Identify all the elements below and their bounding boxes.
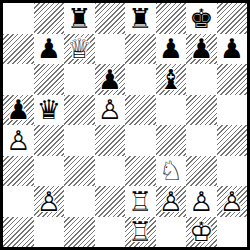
piece-mask: ♟ <box>3 125 34 156</box>
square-d2[interactable] <box>95 186 126 217</box>
piece-mask: ♟ <box>156 34 187 65</box>
square-f6[interactable]: ♝♝ <box>156 64 187 95</box>
piece-mask: ♟ <box>186 186 217 217</box>
square-a7[interactable] <box>3 34 34 65</box>
square-f1[interactable] <box>156 217 187 248</box>
white-knight[interactable]: ♘ <box>156 156 187 187</box>
black-pawn[interactable]: ♟ <box>156 34 187 65</box>
square-g2[interactable]: ♟♙ <box>186 186 217 217</box>
black-rook[interactable]: ♜ <box>64 3 95 34</box>
square-c1[interactable] <box>64 217 95 248</box>
piece-mask: ♜ <box>125 217 156 248</box>
white-king[interactable]: ♔ <box>186 217 217 248</box>
white-rook[interactable]: ♖ <box>125 217 156 248</box>
square-h5[interactable] <box>217 95 248 126</box>
square-g4[interactable] <box>186 125 217 156</box>
square-c7[interactable]: ♛♕ <box>64 34 95 65</box>
square-e3[interactable] <box>125 156 156 187</box>
square-d8[interactable] <box>95 3 126 34</box>
black-rook[interactable]: ♜ <box>125 3 156 34</box>
square-h4[interactable] <box>217 125 248 156</box>
square-a3[interactable] <box>3 156 34 187</box>
square-f5[interactable] <box>156 95 187 126</box>
square-g1[interactable]: ♚♔ <box>186 217 217 248</box>
square-a2[interactable] <box>3 186 34 217</box>
white-queen[interactable]: ♕ <box>64 34 95 65</box>
square-g7[interactable]: ♟♟ <box>186 34 217 65</box>
piece-mask: ♟ <box>95 95 126 126</box>
square-b5[interactable]: ♛♛ <box>34 95 65 126</box>
black-pawn[interactable]: ♟ <box>186 34 217 65</box>
piece-mask: ♚ <box>186 217 217 248</box>
piece-mask: ♜ <box>125 186 156 217</box>
square-a4[interactable]: ♟♙ <box>3 125 34 156</box>
square-e7[interactable] <box>125 34 156 65</box>
square-f2[interactable]: ♟♙ <box>156 186 187 217</box>
black-king[interactable]: ♚ <box>186 3 217 34</box>
square-c2[interactable] <box>64 186 95 217</box>
square-e8[interactable]: ♜♜ <box>125 3 156 34</box>
square-h8[interactable] <box>217 3 248 34</box>
piece-mask: ♟ <box>34 186 65 217</box>
square-c6[interactable] <box>64 64 95 95</box>
square-d5[interactable]: ♟♙ <box>95 95 126 126</box>
square-f7[interactable]: ♟♟ <box>156 34 187 65</box>
square-d6[interactable]: ♟♟ <box>95 64 126 95</box>
square-d7[interactable] <box>95 34 126 65</box>
square-b2[interactable]: ♟♙ <box>34 186 65 217</box>
square-b7[interactable]: ♟♟ <box>34 34 65 65</box>
square-b6[interactable] <box>34 64 65 95</box>
black-bishop[interactable]: ♝ <box>156 64 187 95</box>
square-e2[interactable]: ♜♖ <box>125 186 156 217</box>
square-c5[interactable] <box>64 95 95 126</box>
square-h3[interactable] <box>217 156 248 187</box>
piece-mask: ♛ <box>34 95 65 126</box>
chess-board-frame: ♜♜♜♜♚♚♟♟♛♕♟♟♟♟♟♟♟♟♝♝♟♟♛♛♟♙♟♙♞♘♟♙♜♖♟♙♟♙♟♙… <box>0 0 250 250</box>
square-d1[interactable] <box>95 217 126 248</box>
square-f8[interactable] <box>156 3 187 34</box>
square-a1[interactable] <box>3 217 34 248</box>
chess-board: ♜♜♜♜♚♚♟♟♛♕♟♟♟♟♟♟♟♟♝♝♟♟♛♛♟♙♟♙♞♘♟♙♜♖♟♙♟♙♟♙… <box>3 3 247 247</box>
white-pawn[interactable]: ♙ <box>217 186 248 217</box>
black-pawn[interactable]: ♟ <box>34 34 65 65</box>
white-rook[interactable]: ♖ <box>125 186 156 217</box>
piece-mask: ♟ <box>3 95 34 126</box>
square-f4[interactable] <box>156 125 187 156</box>
square-c4[interactable] <box>64 125 95 156</box>
square-a5[interactable]: ♟♟ <box>3 95 34 126</box>
piece-mask: ♜ <box>125 3 156 34</box>
square-h6[interactable] <box>217 64 248 95</box>
square-h1[interactable] <box>217 217 248 248</box>
piece-mask: ♟ <box>95 64 126 95</box>
black-queen[interactable]: ♛ <box>34 95 65 126</box>
piece-mask: ♝ <box>156 64 187 95</box>
black-pawn[interactable]: ♟ <box>95 64 126 95</box>
piece-mask: ♟ <box>217 34 248 65</box>
square-h2[interactable]: ♟♙ <box>217 186 248 217</box>
white-pawn[interactable]: ♙ <box>95 95 126 126</box>
white-pawn[interactable]: ♙ <box>3 125 34 156</box>
piece-mask: ♟ <box>217 186 248 217</box>
square-c3[interactable] <box>64 156 95 187</box>
square-e6[interactable] <box>125 64 156 95</box>
black-pawn[interactable]: ♟ <box>3 95 34 126</box>
square-g5[interactable] <box>186 95 217 126</box>
square-a6[interactable] <box>3 64 34 95</box>
square-b3[interactable] <box>34 156 65 187</box>
piece-mask: ♟ <box>186 34 217 65</box>
square-b4[interactable] <box>34 125 65 156</box>
square-f3[interactable]: ♞♘ <box>156 156 187 187</box>
piece-mask: ♜ <box>64 3 95 34</box>
piece-mask: ♟ <box>156 186 187 217</box>
square-b1[interactable] <box>34 217 65 248</box>
square-b8[interactable] <box>34 3 65 34</box>
piece-mask: ♚ <box>186 3 217 34</box>
square-h7[interactable]: ♟♟ <box>217 34 248 65</box>
piece-mask: ♟ <box>34 34 65 65</box>
square-d4[interactable] <box>95 125 126 156</box>
square-g6[interactable] <box>186 64 217 95</box>
white-pawn[interactable]: ♙ <box>156 186 187 217</box>
square-g3[interactable] <box>186 156 217 187</box>
square-e4[interactable] <box>125 125 156 156</box>
square-d3[interactable] <box>95 156 126 187</box>
square-e1[interactable]: ♜♖ <box>125 217 156 248</box>
square-g8[interactable]: ♚♚ <box>186 3 217 34</box>
black-pawn[interactable]: ♟ <box>217 34 248 65</box>
square-c8[interactable]: ♜♜ <box>64 3 95 34</box>
square-e5[interactable] <box>125 95 156 126</box>
white-pawn[interactable]: ♙ <box>186 186 217 217</box>
white-pawn[interactable]: ♙ <box>34 186 65 217</box>
piece-mask: ♞ <box>156 156 187 187</box>
piece-mask: ♛ <box>64 34 95 65</box>
square-a8[interactable] <box>3 3 34 34</box>
